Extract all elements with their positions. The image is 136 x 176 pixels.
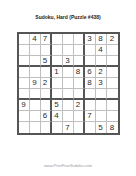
cell-r5c7: 8 <box>85 78 96 89</box>
cell-r3c7[interactable] <box>85 56 96 67</box>
cell-r1c7: 3 <box>85 34 96 45</box>
cell-r7c6: 2 <box>74 100 85 111</box>
cell-r8c5[interactable] <box>63 111 74 122</box>
cell-r3c5: 3 <box>63 56 74 67</box>
cell-r7c1: 9 <box>19 100 30 111</box>
cell-r5c1[interactable] <box>19 78 30 89</box>
cell-r5c6[interactable] <box>74 78 85 89</box>
cell-r8c3: 6 <box>41 111 52 122</box>
cell-r7c5[interactable] <box>63 100 74 111</box>
cell-r7c3[interactable] <box>41 100 52 111</box>
cell-r6c8[interactable] <box>96 89 107 100</box>
cell-r7c2[interactable] <box>30 100 41 111</box>
cell-r4c9[interactable] <box>107 67 118 78</box>
cell-r3c8[interactable] <box>96 56 107 67</box>
cell-r2c5[interactable] <box>63 45 74 56</box>
cell-r5c4[interactable] <box>52 78 63 89</box>
cell-r3c3: 5 <box>41 56 52 67</box>
cell-r5c9[interactable] <box>107 78 118 89</box>
puzzle-page: Sudoku, Hard (Puzzle #438) 4738245318629… <box>0 0 136 176</box>
cell-r7c4: 5 <box>52 100 63 111</box>
cell-r8c2[interactable] <box>30 111 41 122</box>
footer-url: www.PrintFreeSudoku.com <box>0 163 136 168</box>
cell-r9c8: 5 <box>96 122 107 133</box>
cell-r9c7[interactable] <box>85 122 96 133</box>
cell-r4c4: 1 <box>52 67 63 78</box>
cell-r6c3[interactable] <box>41 89 52 100</box>
cell-r8c8[interactable] <box>96 111 107 122</box>
cell-r9c9: 8 <box>107 122 118 133</box>
cell-r4c8: 2 <box>96 67 107 78</box>
cell-r4c1[interactable] <box>19 67 30 78</box>
cell-r2c8: 4 <box>96 45 107 56</box>
cell-r5c8: 3 <box>96 78 107 89</box>
cell-r8c9[interactable] <box>107 111 118 122</box>
cell-r7c8[interactable] <box>96 100 107 111</box>
cell-r2c3[interactable] <box>41 45 52 56</box>
cell-r5c2: 9 <box>30 78 41 89</box>
cell-r2c1[interactable] <box>19 45 30 56</box>
cell-r1c1[interactable] <box>19 34 30 45</box>
cell-r4c7: 6 <box>85 67 96 78</box>
cell-r4c2[interactable] <box>30 67 41 78</box>
cell-r3c6[interactable] <box>74 56 85 67</box>
cell-r6c9[interactable] <box>107 89 118 100</box>
cell-r1c5[interactable] <box>63 34 74 45</box>
cell-r3c9[interactable] <box>107 56 118 67</box>
cell-r2c4[interactable] <box>52 45 63 56</box>
cell-r1c2: 4 <box>30 34 41 45</box>
cell-r3c1[interactable] <box>19 56 30 67</box>
grid-wrapper: 4738245318629283952647758 <box>0 32 136 135</box>
cell-r2c7[interactable] <box>85 45 96 56</box>
cell-r8c6[interactable] <box>74 111 85 122</box>
cell-r9c1[interactable] <box>19 122 30 133</box>
cell-r1c6[interactable] <box>74 34 85 45</box>
cell-r9c2[interactable] <box>30 122 41 133</box>
page-title: Sudoku, Hard (Puzzle #438) <box>0 0 136 20</box>
cell-r8c7: 7 <box>85 111 96 122</box>
cell-r1c8: 8 <box>96 34 107 45</box>
cell-r1c4[interactable] <box>52 34 63 45</box>
cell-r4c5[interactable] <box>63 67 74 78</box>
sudoku-grid: 4738245318629283952647758 <box>17 32 120 135</box>
cell-r6c7[interactable] <box>85 89 96 100</box>
cell-r4c6: 8 <box>74 67 85 78</box>
cell-r9c4[interactable] <box>52 122 63 133</box>
cell-r7c7[interactable] <box>85 100 96 111</box>
cell-r7c9[interactable] <box>107 100 118 111</box>
cell-r6c6[interactable] <box>74 89 85 100</box>
cell-r5c3: 2 <box>41 78 52 89</box>
cell-r5c5[interactable] <box>63 78 74 89</box>
cell-r6c4[interactable] <box>52 89 63 100</box>
cell-r8c1[interactable] <box>19 111 30 122</box>
cell-r6c5[interactable] <box>63 89 74 100</box>
cell-r9c6[interactable] <box>74 122 85 133</box>
cell-r2c2[interactable] <box>30 45 41 56</box>
cell-r3c4[interactable] <box>52 56 63 67</box>
cell-r6c1[interactable] <box>19 89 30 100</box>
cell-r4c3[interactable] <box>41 67 52 78</box>
cell-r8c4: 4 <box>52 111 63 122</box>
cell-r6c2[interactable] <box>30 89 41 100</box>
cell-r1c9: 2 <box>107 34 118 45</box>
cell-r3c2[interactable] <box>30 56 41 67</box>
cell-r2c6[interactable] <box>74 45 85 56</box>
cell-r2c9[interactable] <box>107 45 118 56</box>
cell-r1c3: 7 <box>41 34 52 45</box>
cell-r9c3[interactable] <box>41 122 52 133</box>
cell-r9c5: 7 <box>63 122 74 133</box>
